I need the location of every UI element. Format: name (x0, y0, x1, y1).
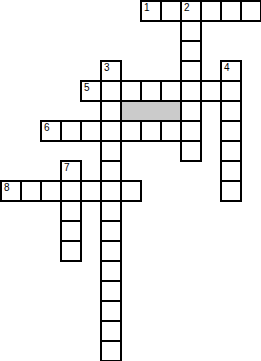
cell-r0-c10[interactable] (200, 0, 222, 22)
highlight-block (120, 100, 182, 122)
cell-r9-c0[interactable] (0, 180, 22, 202)
cell-r7-c9[interactable] (180, 140, 202, 162)
cell-r9-c4[interactable] (80, 180, 102, 202)
cell-r0-c9[interactable] (180, 0, 202, 22)
cell-r9-c11[interactable] (220, 180, 242, 202)
cell-r9-c1[interactable] (20, 180, 42, 202)
cell-r15-c5[interactable] (100, 300, 122, 322)
cell-r12-c5[interactable] (100, 240, 122, 262)
cell-r9-c3[interactable] (60, 180, 82, 202)
cell-r3-c11[interactable] (220, 60, 242, 82)
cell-r4-c7[interactable] (140, 80, 162, 102)
cell-r8-c3[interactable] (60, 160, 82, 182)
cell-r16-c5[interactable] (100, 320, 122, 342)
cell-r5-c5[interactable] (100, 100, 122, 122)
cell-r14-c5[interactable] (100, 280, 122, 302)
cell-r10-c3[interactable] (60, 200, 82, 222)
cell-r9-c5[interactable] (100, 180, 122, 202)
crossword-grid: 12345678 (0, 0, 261, 361)
cell-r10-c5[interactable] (100, 200, 122, 222)
cell-r6-c9[interactable] (180, 120, 202, 142)
cell-r8-c11[interactable] (220, 160, 242, 182)
cell-r6-c8[interactable] (160, 120, 182, 142)
cell-r6-c2[interactable] (40, 120, 62, 142)
cell-r3-c5[interactable] (100, 60, 122, 82)
cell-r9-c6[interactable] (120, 180, 142, 202)
cell-r6-c4[interactable] (80, 120, 102, 142)
cell-r4-c5[interactable] (100, 80, 122, 102)
cell-r5-c11[interactable] (220, 100, 242, 122)
cell-r11-c5[interactable] (100, 220, 122, 242)
cell-r0-c12[interactable] (240, 0, 261, 22)
cell-r4-c10[interactable] (200, 80, 222, 102)
cell-r6-c5[interactable] (100, 120, 122, 142)
cell-r3-c9[interactable] (180, 60, 202, 82)
cell-r5-c9[interactable] (180, 100, 202, 122)
cell-r6-c11[interactable] (220, 120, 242, 142)
cell-r0-c7[interactable] (140, 0, 162, 22)
cell-r2-c9[interactable] (180, 40, 202, 62)
cell-r6-c7[interactable] (140, 120, 162, 142)
cell-r4-c4[interactable] (80, 80, 102, 102)
cell-r1-c9[interactable] (180, 20, 202, 42)
cell-r4-c6[interactable] (120, 80, 142, 102)
cell-r8-c5[interactable] (100, 160, 122, 182)
cell-r13-c5[interactable] (100, 260, 122, 282)
cell-r4-c9[interactable] (180, 80, 202, 102)
cell-r17-c5[interactable] (100, 340, 122, 361)
cell-r4-c8[interactable] (160, 80, 182, 102)
cell-r6-c6[interactable] (120, 120, 142, 142)
cell-r4-c11[interactable] (220, 80, 242, 102)
cell-r6-c3[interactable] (60, 120, 82, 142)
cell-r7-c5[interactable] (100, 140, 122, 162)
cell-r0-c8[interactable] (160, 0, 182, 22)
cell-r7-c11[interactable] (220, 140, 242, 162)
cell-r12-c3[interactable] (60, 240, 82, 262)
cell-r0-c11[interactable] (220, 0, 242, 22)
cell-r9-c2[interactable] (40, 180, 62, 202)
cell-r11-c3[interactable] (60, 220, 82, 242)
